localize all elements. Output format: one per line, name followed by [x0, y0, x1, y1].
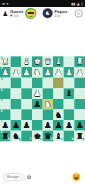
- square-a1[interactable]: ♜: [74, 56, 85, 67]
- piece-wR-a1[interactable]: ♜: [76, 57, 83, 65]
- square-e7[interactable]: [32, 120, 43, 131]
- square-h1[interactable]: ♜1: [0, 56, 11, 67]
- smile-mouth: [29, 14, 33, 16]
- piece-bP-h7[interactable]: ♟: [2, 121, 9, 129]
- square-a4[interactable]: [74, 88, 85, 99]
- emoji-reaction[interactable]: [72, 173, 80, 181]
- piece-wP-g2[interactable]: ♟: [12, 68, 19, 76]
- piece-wN-d5[interactable]: ♞: [44, 100, 51, 108]
- black-pawn-icon: ♟: [2, 10, 8, 17]
- square-g1[interactable]: [11, 56, 22, 67]
- piece-wP-d2[interactable]: ♟: [44, 68, 51, 76]
- piece-wN-e2[interactable]: ♞: [33, 68, 40, 76]
- square-g3[interactable]: [11, 78, 22, 89]
- game-controls-bar: Resign ⚙: [0, 170, 85, 184]
- square-b4[interactable]: ♝: [64, 88, 75, 99]
- piece-wP-f2[interactable]: ♟: [23, 68, 30, 76]
- file-label-a: a: [83, 138, 85, 141]
- square-d7[interactable]: ♟: [42, 120, 53, 131]
- square-b2[interactable]: ♟: [64, 67, 75, 78]
- piece-wQ-d1[interactable]: ♛: [44, 57, 51, 65]
- square-g7[interactable]: ♟: [11, 120, 22, 131]
- square-e5[interactable]: ♟: [32, 99, 43, 110]
- players-header: ♟ Guest 10s · ♞ Paper 20s ↻: [0, 7, 85, 20]
- square-c6[interactable]: ♞: [53, 109, 64, 120]
- square-e3[interactable]: [32, 78, 43, 89]
- piece-bN-c6[interactable]: ♞: [55, 111, 62, 119]
- square-h2[interactable]: ♟2: [0, 67, 11, 78]
- square-b1[interactable]: [64, 56, 75, 67]
- square-d4[interactable]: [42, 88, 53, 99]
- piece-wP-h2[interactable]: ♟: [2, 68, 9, 76]
- square-a6[interactable]: [74, 109, 85, 120]
- right-player-info: Paper 20s: [54, 9, 67, 17]
- square-h8[interactable]: ♜8h: [0, 131, 11, 142]
- square-a8[interactable]: ♜a: [74, 131, 85, 142]
- square-c4[interactable]: [53, 88, 64, 99]
- flip-glyph: ↻: [77, 11, 80, 15]
- piece-bP-f7[interactable]: ♟: [23, 121, 30, 129]
- active-player-avatar: [25, 8, 36, 19]
- square-a2[interactable]: ♟: [74, 67, 85, 78]
- rank-label-4: 4: [1, 89, 3, 92]
- piece-bP-b7[interactable]: ♟: [65, 121, 72, 129]
- square-f7[interactable]: ♟: [21, 120, 32, 131]
- square-c2[interactable]: ♟: [53, 67, 64, 78]
- piece-wR-h1[interactable]: ♜: [2, 57, 9, 65]
- square-g8[interactable]: ♞g: [11, 131, 22, 142]
- piece-wP-a2[interactable]: ♟: [76, 68, 83, 76]
- rank-label-5: 5: [1, 99, 3, 102]
- rank-label-8: 8: [1, 131, 3, 134]
- flip-board-icon[interactable]: ↻: [75, 9, 83, 17]
- square-f5[interactable]: [21, 99, 32, 110]
- vs-separator: ·: [39, 11, 40, 15]
- rank-label-2: 2: [1, 67, 3, 70]
- square-d8[interactable]: ♛d: [42, 131, 53, 142]
- square-g2[interactable]: ♟: [11, 67, 22, 78]
- square-h4[interactable]: 4: [0, 88, 11, 99]
- square-d3[interactable]: [42, 78, 53, 89]
- square-e8[interactable]: ♚e: [32, 131, 43, 142]
- square-c5[interactable]: [53, 99, 64, 110]
- square-g5[interactable]: [11, 99, 22, 110]
- square-f2[interactable]: ♟: [21, 67, 32, 78]
- square-h5[interactable]: 5: [0, 99, 11, 110]
- piece-bP-a7[interactable]: ♟: [76, 121, 83, 129]
- battery-icon: ▯: [81, 2, 83, 5]
- left-player-info: Guest 10s: [10, 9, 23, 17]
- mail-icon: ✉: [2, 2, 5, 5]
- piece-wB-f1[interactable]: ♝: [23, 57, 30, 65]
- square-e2[interactable]: ♞: [32, 67, 43, 78]
- status-left-icons: ✉ ▾: [2, 2, 8, 5]
- square-a3[interactable]: [74, 78, 85, 89]
- square-d6[interactable]: [42, 109, 53, 120]
- smiley-sunglasses-avatar: [26, 9, 35, 18]
- square-b8[interactable]: b: [64, 131, 75, 142]
- resign-button[interactable]: Resign: [3, 173, 23, 181]
- square-b7[interactable]: ♟: [64, 120, 75, 131]
- piece-bP-e5[interactable]: ♟: [33, 100, 40, 108]
- square-h3[interactable]: 3: [0, 78, 11, 89]
- square-f3[interactable]: [21, 78, 32, 89]
- piece-wB-c1[interactable]: ♝: [55, 57, 62, 65]
- square-e4[interactable]: ♟: [32, 88, 43, 99]
- square-f1[interactable]: ♝: [21, 56, 32, 67]
- status-right-icons: ▮▮ ▲ ▯: [72, 2, 83, 5]
- flag-icon: [10, 15, 12, 17]
- square-d1[interactable]: ♛: [42, 56, 53, 67]
- square-g6[interactable]: [11, 109, 22, 120]
- emoji-mouth: [74, 177, 79, 179]
- piece-bB-b4[interactable]: ♝: [65, 89, 72, 97]
- square-f6[interactable]: [21, 109, 32, 120]
- piece-wK-e1[interactable]: ♚: [33, 57, 40, 65]
- square-g4[interactable]: [11, 88, 22, 99]
- square-c7[interactable]: ♟: [53, 120, 64, 131]
- square-d2[interactable]: ♟: [42, 67, 53, 78]
- square-d5[interactable]: ♞: [42, 99, 53, 110]
- piece-wP-b2[interactable]: ♟: [65, 68, 72, 76]
- bot-avatar: ♞: [43, 8, 53, 18]
- piece-wP-c2[interactable]: ♟: [55, 68, 62, 76]
- square-b3[interactable]: [64, 78, 75, 89]
- piece-wP-e4[interactable]: ♟: [33, 89, 40, 97]
- chess-board[interactable]: ♜1♝♚♛♝♜♟2♟♟♞♟♟♟♟34♟♝5♟♞6♞♟7♟♟♟♟♟♟♜8h♞gf♚…: [0, 56, 85, 141]
- piece-bP-d7[interactable]: ♟: [44, 121, 51, 129]
- white-knight-icon: ♞: [45, 10, 50, 16]
- rank-label-1: 1: [1, 57, 3, 60]
- piece-bP-g7[interactable]: ♟: [12, 121, 19, 129]
- sunglasses-icon: [28, 12, 34, 14]
- right-player-sub: 20s: [54, 14, 67, 18]
- square-h6[interactable]: 6: [0, 109, 11, 120]
- chess-app-screen: ✉ ▾ ▮▮ ▲ ▯ ♟ Guest 10s · ♞ Pap: [0, 0, 85, 184]
- square-a7[interactable]: ♟: [74, 120, 85, 131]
- rank-label-6: 6: [1, 110, 3, 113]
- square-c8[interactable]: ♝c: [53, 131, 64, 142]
- signal-icon: ▮▮: [72, 2, 76, 5]
- square-b6[interactable]: [64, 109, 75, 120]
- left-player-sub: 10s: [10, 14, 23, 18]
- square-c3[interactable]: [53, 78, 64, 89]
- square-h7[interactable]: ♟7: [0, 120, 11, 131]
- square-e6[interactable]: [32, 109, 43, 120]
- square-e1[interactable]: ♚: [32, 56, 43, 67]
- square-b5[interactable]: [64, 99, 75, 110]
- notification-icon: ▾: [6, 2, 8, 5]
- settings-gear-icon[interactable]: ⚙: [27, 174, 32, 179]
- left-player-sub-text: 10s: [13, 14, 19, 18]
- square-f8[interactable]: f: [21, 131, 32, 142]
- square-c1[interactable]: ♝: [53, 56, 64, 67]
- piece-bP-c7[interactable]: ♟: [55, 121, 62, 129]
- square-a5[interactable]: [74, 99, 85, 110]
- square-f4[interactable]: [21, 88, 32, 99]
- rank-label-3: 3: [1, 78, 3, 81]
- wifi-icon: ▲: [77, 2, 80, 5]
- rank-label-7: 7: [1, 120, 3, 123]
- android-status-bar: ✉ ▾ ▮▮ ▲ ▯: [0, 0, 85, 7]
